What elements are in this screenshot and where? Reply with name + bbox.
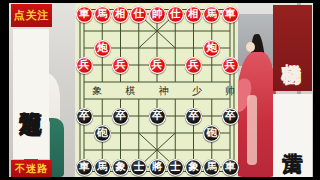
black-piece-卒[interactable]: 卒: [149, 108, 166, 125]
river-character: 帅: [225, 84, 235, 98]
player-name-red: 杨官磷: [273, 5, 312, 91]
frame-left: [0, 0, 9, 180]
river-character: 棋: [125, 84, 135, 98]
black-piece-卒[interactable]: 卒: [185, 108, 202, 125]
red-piece-帥[interactable]: 帥: [149, 6, 166, 23]
red-piece-仕[interactable]: 仕: [130, 6, 147, 23]
black-piece-馬[interactable]: 馬: [203, 159, 220, 176]
black-piece-卒[interactable]: 卒: [112, 108, 129, 125]
river-watermark: 象棋神少帅: [92, 84, 235, 98]
red-piece-兵[interactable]: 兵: [185, 57, 202, 74]
black-piece-馬[interactable]: 馬: [94, 159, 111, 176]
red-piece-馬[interactable]: 馬: [94, 6, 111, 23]
follow-badge: 点关注: [11, 4, 52, 27]
black-piece-砲[interactable]: 砲: [203, 125, 220, 142]
right-figure-face: [246, 42, 255, 52]
river-character: 象: [92, 84, 102, 98]
black-piece-象[interactable]: 象: [112, 159, 129, 176]
frame-top: [0, 0, 320, 3]
black-piece-車[interactable]: 車: [76, 159, 93, 176]
red-piece-相[interactable]: 相: [185, 6, 202, 23]
red-piece-炮[interactable]: 炮: [94, 40, 111, 57]
red-piece-車[interactable]: 車: [222, 6, 239, 23]
black-piece-將[interactable]: 將: [149, 159, 166, 176]
black-piece-象[interactable]: 象: [185, 159, 202, 176]
episode-title: 双炮过河篇: [13, 29, 49, 159]
red-piece-兵[interactable]: 兵: [149, 57, 166, 74]
xiangqi-board[interactable]: 象棋神少帅 車馬相仕帥仕相馬車炮炮兵兵兵兵兵卒卒卒卒卒砲砲車馬象士將士象馬車: [75, 3, 238, 178]
black-piece-砲[interactable]: 砲: [94, 125, 111, 142]
red-piece-車[interactable]: 車: [76, 6, 93, 23]
river-character: 少: [192, 84, 202, 98]
black-piece-士[interactable]: 士: [167, 159, 184, 176]
thumbnail: 点关注 双炮过河篇 不迷路 杨官磷 黄士清 象棋神少帅 車馬相仕帥仕相馬車炮炮兵…: [0, 0, 320, 180]
red-piece-兵[interactable]: 兵: [76, 57, 93, 74]
black-piece-卒[interactable]: 卒: [76, 108, 93, 125]
river-character: 神: [159, 84, 169, 98]
black-piece-卒[interactable]: 卒: [222, 108, 239, 125]
dont-get-lost-badge: 不迷路: [11, 160, 52, 177]
black-piece-士[interactable]: 士: [130, 159, 147, 176]
red-piece-炮[interactable]: 炮: [203, 40, 220, 57]
black-piece-車[interactable]: 車: [222, 159, 239, 176]
right-figure-sash: [247, 95, 257, 165]
player-name-black: 黄士清: [273, 94, 312, 177]
red-piece-相[interactable]: 相: [112, 6, 129, 23]
red-piece-兵[interactable]: 兵: [222, 57, 239, 74]
red-piece-兵[interactable]: 兵: [112, 57, 129, 74]
frame-bottom: [0, 177, 320, 180]
red-piece-仕[interactable]: 仕: [167, 6, 184, 23]
frame-right: [313, 0, 320, 180]
red-piece-馬[interactable]: 馬: [203, 6, 220, 23]
